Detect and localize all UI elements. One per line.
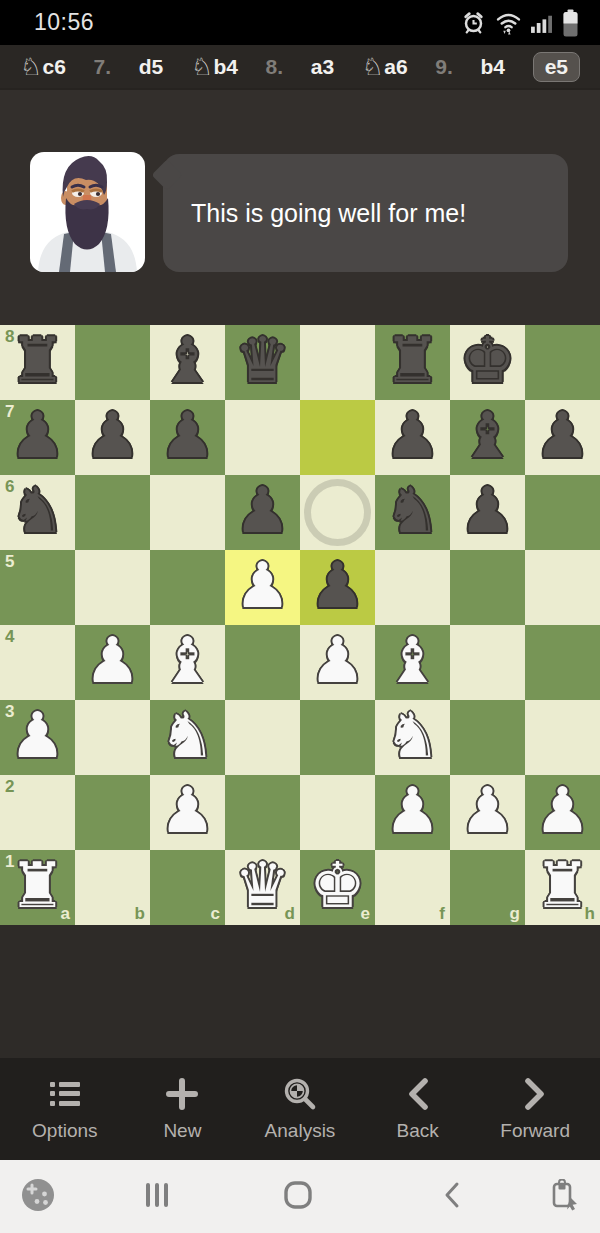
white-rook[interactable]: ♜	[9, 848, 65, 923]
rank-label: 6	[5, 477, 14, 497]
black-queen[interactable]: ♛	[234, 323, 290, 398]
square-g5[interactable]	[450, 550, 525, 625]
chevron-right-icon	[524, 1077, 546, 1111]
white-queen[interactable]: ♛	[234, 848, 290, 923]
rank-label: 4	[5, 627, 14, 647]
square-c6[interactable]	[150, 475, 225, 550]
signal-icon	[531, 10, 554, 35]
white-pawn[interactable]: ♟	[84, 623, 140, 698]
move-item[interactable]: d5	[139, 55, 164, 79]
square-h7[interactable]: ♟	[525, 400, 600, 475]
file-label: d	[285, 904, 295, 924]
file-label: c	[211, 904, 220, 924]
square-c4[interactable]: ♝	[150, 625, 225, 700]
square-e3[interactable]	[300, 700, 375, 775]
status-icons	[461, 9, 578, 37]
black-king[interactable]: ♚	[459, 323, 515, 398]
black-pawn[interactable]: ♟	[534, 398, 590, 473]
square-f8[interactable]: ♜	[375, 325, 450, 400]
black-pawn[interactable]: ♟	[9, 398, 65, 473]
white-pawn[interactable]: ♟	[534, 773, 590, 848]
square-g7[interactable]: ♝	[450, 400, 525, 475]
bottom-toolbar: Options New Analysis	[0, 1058, 600, 1160]
square-f3[interactable]: ♞	[375, 700, 450, 775]
forward-label: Forward	[500, 1120, 570, 1142]
white-pawn[interactable]: ♟	[159, 773, 215, 848]
square-g1[interactable]: g	[450, 850, 525, 925]
square-b6[interactable]	[75, 475, 150, 550]
move-item[interactable]: ♘c6	[20, 53, 66, 81]
square-b1[interactable]: b	[75, 850, 150, 925]
analysis-magnifier-icon	[283, 1077, 317, 1111]
square-b5[interactable]	[75, 550, 150, 625]
forward-button[interactable]: Forward	[480, 1077, 590, 1142]
white-knight[interactable]: ♞	[159, 698, 215, 773]
square-e4[interactable]: ♟	[300, 625, 375, 700]
file-label: a	[61, 904, 70, 924]
square-g8[interactable]: ♚	[450, 325, 525, 400]
wifi-icon	[495, 10, 522, 35]
square-h6[interactable]	[525, 475, 600, 550]
white-knight[interactable]: ♞	[384, 698, 440, 773]
home-icon[interactable]	[283, 1180, 313, 1214]
square-c2[interactable]: ♟	[150, 775, 225, 850]
square-e7[interactable]	[300, 400, 375, 475]
new-button[interactable]: New	[127, 1077, 237, 1142]
square-b7[interactable]: ♟	[75, 400, 150, 475]
square-a6[interactable]: ♞6	[0, 475, 75, 550]
knight-figurine-icon: ♘	[362, 53, 384, 81]
square-h3[interactable]	[525, 700, 600, 775]
square-c8[interactable]: ♝	[150, 325, 225, 400]
move-hint-ring	[304, 479, 371, 546]
rank-label: 8	[5, 327, 14, 347]
square-e8[interactable]	[300, 325, 375, 400]
file-label: f	[439, 904, 445, 924]
status-bar: 10:56	[0, 0, 600, 45]
back-button[interactable]: Back	[363, 1077, 473, 1142]
black-pawn[interactable]: ♟	[159, 398, 215, 473]
file-label: b	[135, 904, 145, 924]
square-d2[interactable]	[225, 775, 300, 850]
black-pawn[interactable]: ♟	[459, 473, 515, 548]
square-a2[interactable]: 2	[0, 775, 75, 850]
move-number: 8.	[266, 55, 284, 79]
move-number: 7.	[94, 55, 112, 79]
move-number: 9.	[435, 55, 453, 79]
knight-figurine-icon: ♘	[20, 53, 42, 81]
white-bishop[interactable]: ♝	[159, 623, 215, 698]
square-f5[interactable]	[375, 550, 450, 625]
black-knight[interactable]: ♞	[384, 473, 440, 548]
black-bishop[interactable]: ♝	[459, 398, 515, 473]
battery-icon	[563, 9, 578, 37]
square-f6[interactable]: ♞	[375, 475, 450, 550]
move-item[interactable]: ♘b4	[191, 53, 238, 81]
black-pawn[interactable]: ♟	[309, 548, 365, 623]
phone-screen: 10:56	[0, 0, 600, 1233]
under-board-area	[0, 925, 600, 1058]
square-g6[interactable]: ♟	[450, 475, 525, 550]
black-knight[interactable]: ♞	[9, 473, 65, 548]
rank-label: 1	[5, 852, 14, 872]
square-a8[interactable]: ♜8	[0, 325, 75, 400]
file-label: e	[361, 904, 370, 924]
black-pawn[interactable]: ♟	[384, 398, 440, 473]
square-d6[interactable]: ♟	[225, 475, 300, 550]
square-a4[interactable]: 4	[0, 625, 75, 700]
square-c1[interactable]: c	[150, 850, 225, 925]
square-c7[interactable]: ♟	[150, 400, 225, 475]
white-pawn[interactable]: ♟	[234, 548, 290, 623]
touch-lock-icon[interactable]	[550, 1179, 580, 1215]
square-b3[interactable]	[75, 700, 150, 775]
square-d7[interactable]	[225, 400, 300, 475]
white-rook[interactable]: ♜	[534, 848, 590, 923]
chess-board[interactable]: ♜8♝♛♜♚♟7♟♟♟♝♟♞6♟♞♟5♟♟4♟♝♟♝♟3♞♞2♟♟♟♟♜1abc…	[0, 325, 600, 925]
square-f1[interactable]: f	[375, 850, 450, 925]
clock-time: 10:56	[34, 9, 94, 36]
move-item[interactable]: e5	[533, 52, 580, 82]
square-g2[interactable]: ♟	[450, 775, 525, 850]
square-e1[interactable]: ♚e	[300, 850, 375, 925]
square-f7[interactable]: ♟	[375, 400, 450, 475]
rank-label: 2	[5, 777, 14, 797]
square-c3[interactable]: ♞	[150, 700, 225, 775]
black-bishop[interactable]: ♝	[159, 323, 215, 398]
square-b4[interactable]: ♟	[75, 625, 150, 700]
square-a1[interactable]: ♜1a	[0, 850, 75, 925]
square-c5[interactable]	[150, 550, 225, 625]
square-a7[interactable]: ♟7	[0, 400, 75, 475]
new-label: New	[163, 1120, 201, 1142]
chat-message: This is going well for me!	[163, 199, 466, 228]
rank-label: 3	[5, 702, 14, 722]
square-e5[interactable]: ♟	[300, 550, 375, 625]
analysis-label: Analysis	[265, 1120, 336, 1142]
square-f4[interactable]: ♝	[375, 625, 450, 700]
back-icon[interactable]	[442, 1180, 462, 1214]
game-tools-icon[interactable]	[20, 1177, 56, 1217]
square-d4[interactable]	[225, 625, 300, 700]
square-b2[interactable]	[75, 775, 150, 850]
white-bishop[interactable]: ♝	[384, 623, 440, 698]
square-a5[interactable]: 5	[0, 550, 75, 625]
chevron-left-icon	[407, 1077, 429, 1111]
square-a3[interactable]: ♟3	[0, 700, 75, 775]
square-d8[interactable]: ♛	[225, 325, 300, 400]
rank-label: 7	[5, 402, 14, 422]
black-pawn[interactable]: ♟	[84, 398, 140, 473]
white-king[interactable]: ♚	[309, 848, 365, 923]
move-item[interactable]: a3	[311, 55, 334, 79]
options-label: Options	[32, 1120, 97, 1142]
recents-icon[interactable]	[145, 1180, 169, 1214]
square-e6[interactable]	[300, 475, 375, 550]
move-item[interactable]: b4	[480, 55, 505, 79]
file-label: g	[510, 904, 520, 924]
rank-label: 5	[5, 552, 14, 572]
square-d5[interactable]: ♟	[225, 550, 300, 625]
file-label: h	[585, 904, 595, 924]
android-nav-bar	[0, 1160, 600, 1233]
square-e2[interactable]	[300, 775, 375, 850]
chat-row: This is going well for me!	[0, 90, 600, 325]
black-rook[interactable]: ♜	[9, 323, 65, 398]
white-pawn[interactable]: ♟	[9, 698, 65, 773]
analysis-button[interactable]: Analysis	[245, 1077, 355, 1142]
black-pawn[interactable]: ♟	[234, 473, 290, 548]
square-h2[interactable]: ♟	[525, 775, 600, 850]
black-rook[interactable]: ♜	[384, 323, 440, 398]
square-h4[interactable]	[525, 625, 600, 700]
opponent-avatar[interactable]	[30, 152, 145, 272]
white-pawn[interactable]: ♟	[384, 773, 440, 848]
square-h5[interactable]	[525, 550, 600, 625]
square-d1[interactable]: ♛d	[225, 850, 300, 925]
square-f2[interactable]: ♟	[375, 775, 450, 850]
plus-icon	[166, 1077, 198, 1111]
back-label: Back	[396, 1120, 438, 1142]
avatar-illustration	[30, 152, 145, 272]
move-list-bar: ♘c67.d5♘b48.a3♘a69.b4e5	[0, 45, 600, 90]
alarm-icon	[461, 10, 486, 35]
square-b8[interactable]	[75, 325, 150, 400]
options-list-icon	[50, 1077, 80, 1111]
square-d3[interactable]	[225, 700, 300, 775]
square-h8[interactable]	[525, 325, 600, 400]
white-pawn[interactable]: ♟	[459, 773, 515, 848]
square-g3[interactable]	[450, 700, 525, 775]
white-pawn[interactable]: ♟	[309, 623, 365, 698]
knight-figurine-icon: ♘	[191, 53, 213, 81]
chat-bubble: This is going well for me!	[163, 154, 568, 272]
options-button[interactable]: Options	[10, 1077, 120, 1142]
square-g4[interactable]	[450, 625, 525, 700]
move-item[interactable]: ♘a6	[362, 53, 408, 81]
square-h1[interactable]: ♜h	[525, 850, 600, 925]
